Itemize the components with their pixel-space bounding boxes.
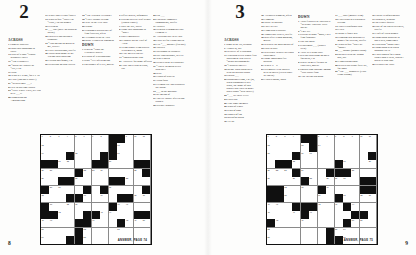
- grid-cell: [275, 143, 283, 151]
- clue-item: 38 Early kit for Frankenstein: [153, 39, 186, 42]
- clue-item: 63 Olympics event usually held in threes…: [261, 68, 294, 77]
- grid-cell: [66, 211, 74, 219]
- grid-cell: [100, 219, 108, 227]
- cell-number: 28: [126, 177, 128, 179]
- grid-cell: 13: [301, 143, 309, 151]
- grid-cell: [335, 186, 343, 194]
- clue-item: 55 Resilience despite previous challenge…: [261, 51, 294, 57]
- grid-cell: 27: [75, 177, 83, 185]
- clue-item: 57 They're usable after being burned: [153, 97, 186, 103]
- black-cell: [117, 194, 125, 202]
- clue-item: 25 Take one's turn in class, say: [119, 64, 152, 70]
- grid-cell: [309, 186, 317, 194]
- clue-item: 41 ___ line (have an apparent intent): [45, 28, 78, 34]
- black-cell: [75, 228, 83, 236]
- clue-item: 30 Unlike reinforcements: [372, 14, 405, 17]
- clue-item: 48 Rear: [153, 72, 186, 75]
- grid-cell: 41: [275, 203, 283, 211]
- grid-cell: 21: [267, 169, 275, 177]
- black-cell: [309, 135, 317, 143]
- grid-cell: 21: [49, 169, 57, 177]
- grid-cell: [58, 194, 66, 202]
- cell-number: 26: [267, 177, 269, 179]
- clue-item: 16 “Mack the World” or “Oli,” e.g.: [8, 64, 41, 70]
- grid-cell: [75, 160, 83, 168]
- clue-item: 8 Name that anagrams to “note”: [119, 28, 152, 34]
- clue-item: 32 Signed off on: [224, 113, 257, 116]
- cell-number: 48: [276, 219, 278, 221]
- black-cell: [134, 211, 142, 219]
- grid-cell: [100, 143, 108, 151]
- clue-item: 2 “I get it!”: [298, 30, 331, 33]
- grid-cell: [318, 219, 326, 227]
- grid-cell: 27: [292, 177, 300, 185]
- cell-number: 54: [343, 228, 345, 230]
- black-cell: [318, 186, 326, 194]
- black-cell: [92, 160, 100, 168]
- clue-item: 44 Say convincingly, as a lie: [153, 54, 186, 57]
- clue-item: 15 “Not a chance!”: [8, 60, 41, 63]
- cell-number: 4: [293, 135, 294, 137]
- cell-number: 38: [360, 194, 362, 196]
- grid-cell: [49, 143, 57, 151]
- page-number-left: 8: [8, 240, 11, 246]
- black-cell: [100, 160, 108, 168]
- black-cell: [275, 186, 283, 194]
- grid-cell: 26: [41, 177, 49, 185]
- grid-cell: [92, 177, 100, 185]
- clue-item: 44 Love to eat?: [261, 25, 294, 28]
- clue-item: 24 Essential computer components, briefl…: [153, 18, 186, 24]
- cell-number: 34: [100, 194, 102, 196]
- clue-item: 36 Dentists recommend you examine it: [153, 28, 186, 34]
- grid-cell: [58, 228, 66, 236]
- clue-item: 12 Collection in a stationery section: [335, 18, 368, 24]
- cell-number: 32: [41, 194, 43, 196]
- cell-number: 29: [50, 186, 52, 188]
- black-cell: [83, 186, 91, 194]
- grid-cell: [58, 219, 66, 227]
- grid-cell: [351, 177, 359, 185]
- clue-item: 5 Allows in, say: [224, 47, 257, 50]
- grid-cell: 36: [142, 194, 150, 202]
- clue-column: ACROSS1 Comedy powers?10 Boat that anagr…: [8, 37, 41, 131]
- crossword-grid-left: 1234567891011121314151617181920212223242…: [40, 134, 152, 245]
- cell-number: 16: [301, 152, 303, 154]
- grid-cell: [83, 203, 91, 211]
- grid-cell: 39: [368, 194, 376, 202]
- clue-item: 23 Sea in sad time-lapses: [8, 86, 41, 89]
- grid-cell: [267, 160, 275, 168]
- clue-item: 5 Peppermint ___ (winter treat): [298, 44, 331, 50]
- grid-cell: [49, 194, 57, 202]
- grid-cell: 51: [41, 228, 49, 236]
- grid-cell: [92, 194, 100, 202]
- grid-cell: 39: [75, 203, 83, 211]
- grid-cell: 46: [292, 211, 300, 219]
- grid-cell: 45: [41, 219, 49, 227]
- grid-cell: [318, 211, 326, 219]
- grid-cell: [66, 143, 74, 151]
- grid-cell: [109, 219, 117, 227]
- black-cell: [142, 169, 150, 177]
- clue-column: 5 Office orders, informally6 System used…: [119, 14, 152, 131]
- cell-number: 9: [126, 135, 127, 137]
- cell-number: 12: [41, 144, 43, 146]
- grid-cell: [326, 211, 334, 219]
- grid-cell: 24: [100, 169, 108, 177]
- grid-cell: [309, 194, 317, 202]
- cell-number: 8: [343, 135, 344, 137]
- black-cell: [301, 203, 309, 211]
- clue-item: 68 Make a coherent argument: [82, 39, 115, 42]
- black-cell: [109, 177, 117, 185]
- grid-cell: [292, 186, 300, 194]
- answer-note-left: ANSWER, PAGE 74: [40, 238, 147, 242]
- clue-item: 41 Hawaiian “thank you”: [372, 43, 405, 46]
- clue-item: 61 Where a = b: [261, 64, 294, 67]
- cell-number: 38: [67, 203, 69, 205]
- clue-item: 42 Noticed: [153, 46, 186, 49]
- grid-cell: 50: [351, 219, 359, 227]
- cell-number: 19: [109, 160, 111, 162]
- grid-cell: [292, 228, 300, 236]
- clue-item: 19 Potato ___: [224, 74, 257, 77]
- clue-item: 17 Stun: [8, 71, 41, 74]
- black-cell: [117, 219, 125, 227]
- clue-item: 65 Cursed sound, usual: [261, 78, 294, 81]
- grid-cell: 50: [142, 219, 150, 227]
- black-cell: [275, 160, 283, 168]
- cell-number: 12: [267, 144, 269, 146]
- black-cell: [75, 219, 83, 227]
- black-cell: [109, 203, 117, 211]
- book-spread: 2 ACROSS1 Comedy powers?10 Boat that ana…: [0, 0, 416, 255]
- clue-item: 6 Array at a drink table: [298, 51, 331, 54]
- cell-number: 41: [276, 203, 278, 205]
- grid-cell: [134, 152, 142, 160]
- grid-cell: [326, 143, 334, 151]
- black-cell: [109, 135, 117, 143]
- grid-cell: [351, 194, 359, 202]
- cell-number: 20: [41, 169, 43, 171]
- black-cell: [267, 194, 275, 202]
- clue-item: 15 Cries: [335, 28, 368, 31]
- grid-cell: [360, 152, 368, 160]
- grid-cell: [318, 177, 326, 185]
- cell-number: 35: [284, 194, 286, 196]
- cell-number: 53: [117, 228, 119, 230]
- grid-cell: 42: [58, 211, 66, 219]
- grid-cell: [134, 228, 142, 236]
- grid-cell: [351, 143, 359, 151]
- clue-item: 4 Not just noise: [298, 40, 331, 43]
- grid-cell: 10: [134, 135, 142, 143]
- clue-item: 47 “You're so much better than us?”: [153, 65, 186, 71]
- grid-cell: 38: [66, 203, 74, 211]
- grid-cell: 6: [83, 135, 91, 143]
- cell-number: 7: [92, 135, 93, 137]
- grid-cell: 49: [301, 219, 309, 227]
- grid-cell: [66, 228, 74, 236]
- clue-item: 24 Goes bad: [224, 98, 257, 101]
- clue-item: 24 Messed with the wrong guy, say: [335, 53, 368, 59]
- grid-cell: 40: [117, 203, 125, 211]
- black-cell: [292, 152, 300, 160]
- grid-cell: 18: [66, 160, 74, 168]
- cell-number: 33: [84, 194, 86, 196]
- grid-cell: 3: [58, 135, 66, 143]
- cell-number: 10: [360, 135, 362, 137]
- clue-item: 10 Boat that anagrams to cattle: [8, 47, 41, 53]
- grid-cell: 29: [49, 186, 57, 194]
- grid-cell: [100, 228, 108, 236]
- clue-item: 28 Word of regret: [224, 105, 257, 108]
- black-cell: [134, 160, 142, 168]
- grid-cell: [360, 143, 368, 151]
- cell-number: 25: [134, 169, 136, 171]
- cell-number: 20: [369, 160, 371, 162]
- grid-cell: [125, 228, 133, 236]
- black-cell: [267, 219, 275, 227]
- grid-cell: 23: [284, 169, 292, 177]
- black-cell: [117, 177, 125, 185]
- grid-cell: 28: [125, 177, 133, 185]
- grid-cell: 23: [92, 169, 100, 177]
- grid-cell: [66, 186, 74, 194]
- grid-cell: 52: [267, 228, 275, 236]
- clue-item: 34 Word before “Spice” or “Cube,” in rap…: [45, 18, 78, 24]
- grid-cell: 17: [58, 160, 66, 168]
- black-cell: [309, 143, 317, 151]
- grid-cell: [309, 219, 317, 227]
- black-cell: [343, 169, 351, 177]
- grid-cell: [75, 143, 83, 151]
- clue-item: 26 Tiny army member: [224, 102, 257, 105]
- clue-item: 1 Comedy powers?: [8, 43, 41, 46]
- clue-item: 27 Constitution sign?: [335, 60, 368, 63]
- grid-cell: [318, 160, 326, 168]
- grid-cell: [58, 152, 66, 160]
- grid-cell: 46: [49, 219, 57, 227]
- grid-cell: [75, 211, 83, 219]
- clue-item: 30 Kind of pool: [224, 109, 257, 112]
- grid-cell: 34: [326, 186, 334, 194]
- grid-cell: 6: [326, 135, 334, 143]
- grid-cell: 20: [368, 160, 376, 168]
- grid-cell: 8: [343, 135, 351, 143]
- grid-cell: 5: [318, 135, 326, 143]
- grid-cell: 19: [109, 160, 117, 168]
- clue-item: 9 Popular dog costume among “Star Wars” …: [298, 68, 331, 74]
- clue-item: 49 Fiction and forms, e.g.: [45, 59, 78, 62]
- grid-cell: 12: [41, 143, 49, 151]
- clue-item: 9 Does embroidery: [119, 35, 152, 38]
- black-cell: [326, 169, 334, 177]
- grid-cell: [335, 152, 343, 160]
- clue-item: 58 “Love Island” setting: [82, 18, 115, 21]
- clue-item: 31 Tackles: [153, 25, 186, 28]
- grid-cell: 4: [66, 135, 74, 143]
- cell-number: 1: [41, 135, 42, 137]
- grid-cell: [117, 169, 125, 177]
- grid-cell: [368, 219, 376, 227]
- cell-number: 47: [92, 219, 94, 221]
- grid-cell: 18: [292, 160, 300, 168]
- clue-item: 57 Some household fire hazards: [261, 57, 294, 63]
- cell-number: 24: [100, 169, 102, 171]
- grid-cell: [360, 228, 368, 236]
- grid-cell: [109, 194, 117, 202]
- grid-cell: 36: [318, 194, 326, 202]
- grid-cell: [284, 152, 292, 160]
- grid-cell: [142, 177, 150, 185]
- black-cell: [326, 228, 334, 236]
- black-cell: [301, 177, 309, 185]
- grid-cell: 32: [41, 194, 49, 202]
- black-cell: [343, 203, 351, 211]
- cell-number: 34: [326, 186, 328, 188]
- grid-cell: 37: [49, 203, 57, 211]
- grid-cell: [92, 186, 100, 194]
- cell-number: 33: [301, 186, 303, 188]
- black-cell: [109, 152, 117, 160]
- black-cell: [92, 211, 100, 219]
- clue-item: 46 Dessert akin to a brownie: [153, 61, 186, 64]
- black-cell: [58, 177, 66, 185]
- cell-number: 32: [284, 186, 286, 188]
- grid-cell: 15: [267, 152, 275, 160]
- clue-column: 22 Pin ___24 Essential computer componen…: [153, 14, 186, 220]
- grid-cell: [134, 186, 142, 194]
- black-cell: [41, 186, 49, 194]
- grid-cell: 8: [100, 135, 108, 143]
- clue-item: 43 Something seen when nothing else is: [372, 46, 405, 52]
- grid-cell: 40: [267, 203, 275, 211]
- grid-cell: [326, 194, 334, 202]
- cell-number: 41: [126, 203, 128, 205]
- clue-item: 17 Many a fancy girl: [335, 32, 368, 35]
- grid-cell: [351, 228, 359, 236]
- grid-cell: 47: [309, 211, 317, 219]
- cell-number: 14: [318, 144, 320, 146]
- cell-number: 43: [335, 203, 337, 205]
- clue-item: 7 Red dot appearing on one's forehead, e…: [298, 54, 331, 60]
- clue-item: 39 Pertinent: [45, 25, 78, 28]
- grid-cell: [351, 152, 359, 160]
- grid-cell: [292, 143, 300, 151]
- grid-cell: [117, 186, 125, 194]
- puzzle-number-right: 3: [224, 2, 256, 22]
- clue-item: 48 Best after a long morning, maybe: [261, 36, 294, 42]
- cell-number: 51: [41, 228, 43, 230]
- cell-number: 25: [352, 169, 354, 171]
- grid-cell: 30: [58, 186, 66, 194]
- black-cell: [49, 211, 57, 219]
- grid-cell: [335, 211, 343, 219]
- grid-cell: [125, 152, 133, 160]
- grid-cell: 1: [267, 135, 275, 143]
- cell-number: 37: [343, 194, 345, 196]
- grid-cell: [109, 228, 117, 236]
- clue-item: 42 Powered and polished transport: [45, 35, 78, 41]
- grid-cell: 51: [360, 219, 368, 227]
- cell-number: 3: [58, 135, 59, 137]
- grid-cell: 35: [284, 194, 292, 202]
- black-cell: [368, 177, 376, 185]
- grid-cell: [326, 203, 334, 211]
- cell-number: 50: [352, 219, 354, 221]
- cell-number: 2: [50, 135, 51, 137]
- clue-item: 29 “The ___ Monster” (Lady Gaga album): [335, 70, 368, 76]
- cell-number: 48: [126, 219, 128, 221]
- clue-item: 37 Craft of video games: [372, 32, 405, 35]
- clue-item: 45 Comedian Kabibble: [261, 29, 294, 32]
- grid-cell: 38: [360, 194, 368, 202]
- grid-cell: 43: [335, 203, 343, 211]
- cell-number: 18: [67, 160, 69, 162]
- grid-cell: [292, 194, 300, 202]
- clue-item: 1 Jump in the air, perhaps: [224, 43, 257, 46]
- grid-cell: 45: [267, 211, 275, 219]
- grid-cell: [335, 143, 343, 151]
- clue-list-header: ACROSS: [224, 39, 257, 42]
- answer-note-right: ANSWER, PAGE 75: [266, 238, 373, 242]
- grid-cell: 16: [301, 152, 309, 160]
- grid-cell: [368, 203, 376, 211]
- grid-cell: [343, 152, 351, 160]
- grid-cell: [134, 143, 142, 151]
- grid-cell: 24: [301, 169, 309, 177]
- cell-number: 9: [352, 135, 353, 137]
- grid-cell: [284, 228, 292, 236]
- clue-item: 21 Adjective for some officers: [119, 60, 152, 63]
- clue-item: 51 Naan flour: [153, 79, 186, 82]
- grid-cell: 11: [142, 135, 150, 143]
- grid-cell: 32: [284, 186, 292, 194]
- grid-cell: [125, 169, 133, 177]
- clue-column: 11 ___ cake (marble item)12 Collection i…: [335, 14, 368, 131]
- grid-cell: 53: [117, 228, 125, 236]
- grid-cell: [360, 203, 368, 211]
- cell-number: 29: [326, 177, 328, 179]
- cell-number: 46: [293, 211, 295, 213]
- grid-cell: 25: [351, 169, 359, 177]
- grid-cell: 20: [41, 169, 49, 177]
- grid-cell: 48: [275, 219, 283, 227]
- grid-cell: 49: [134, 219, 142, 227]
- page-number-right: 9: [396, 240, 408, 246]
- grid-cell: [49, 177, 57, 185]
- grid-cell: 33: [83, 194, 91, 202]
- grid-cell: 15: [75, 152, 83, 160]
- grid-cell: [125, 211, 133, 219]
- black-cell: [83, 211, 91, 219]
- clue-column: 33 White-and-yellow flower34 Word before…: [45, 14, 78, 131]
- cell-number: 36: [318, 194, 320, 196]
- black-cell: [335, 194, 343, 202]
- clue-item: 11 King whose reign started September 8,…: [119, 46, 152, 52]
- clue-item: 13 Nintendo series whose first installme…: [224, 54, 257, 63]
- grid-cell: 42: [318, 203, 326, 211]
- clue-item: 48 Norwegian home to the Viking Ship Mus…: [45, 52, 78, 58]
- cell-number: 31: [343, 177, 345, 179]
- clue-item: 53 German city that straddles the Rhine: [153, 83, 186, 89]
- black-cell: [100, 186, 108, 194]
- grid-cell: 11: [368, 135, 376, 143]
- grid-cell: 17: [309, 152, 317, 160]
- cell-number: 44: [109, 211, 111, 213]
